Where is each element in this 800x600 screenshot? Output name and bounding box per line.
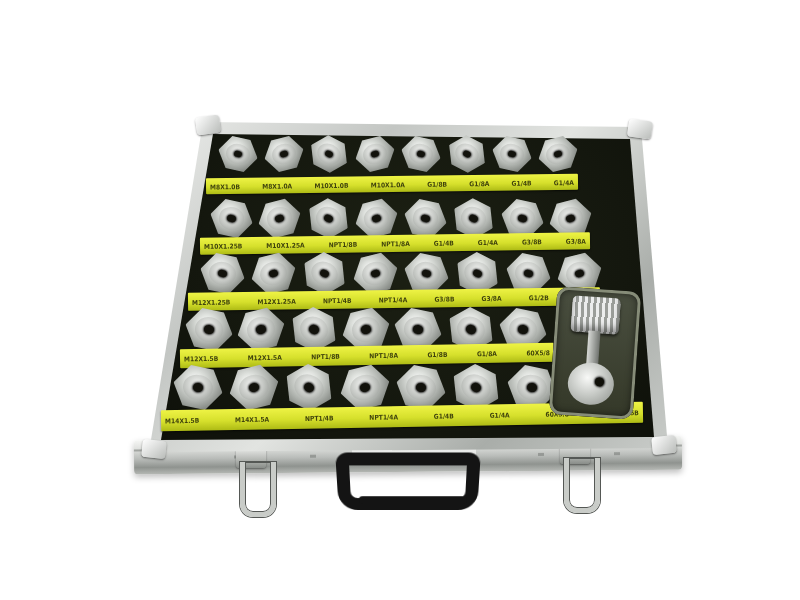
fitting-row-5	[173, 364, 557, 410]
thread-size-label: M8X1.0A	[262, 181, 292, 189]
thread-size-label: M10X1.25B	[204, 242, 242, 250]
coupler-knurled-collar	[570, 295, 620, 334]
thread-size-label: G1/8B	[427, 350, 447, 358]
thread-size-label: M10X1.0A	[371, 180, 405, 188]
thread-size-label: NPT1/8B	[311, 352, 340, 360]
adapter-fitting	[398, 133, 444, 175]
thread-size-label: G1/4A	[554, 178, 574, 186]
adapter-fitting	[181, 304, 236, 354]
adapter-fitting	[224, 360, 283, 414]
corner-protector	[141, 439, 167, 459]
thread-size-label: G1/8A	[477, 349, 497, 357]
thread-size-label: G1/4A	[478, 238, 498, 246]
thread-size-label: M12X1.25A	[257, 297, 296, 305]
thread-size-label: NPT1/4A	[379, 295, 408, 303]
coupler-round-base	[566, 361, 615, 406]
corner-protector	[195, 114, 221, 135]
adapter-fitting	[255, 195, 306, 241]
thread-size-label: G3/8B	[434, 294, 454, 302]
thread-size-label: M10X1.0B	[314, 181, 348, 189]
corner-protector	[627, 118, 653, 139]
tool-recess	[549, 286, 642, 420]
coupler-shaft	[586, 330, 600, 367]
latch-loop	[240, 462, 276, 517]
thread-size-label: M12X1.5B	[184, 354, 218, 362]
fitting-row-2	[210, 198, 592, 238]
thread-size-label: M12X1.25B	[192, 297, 230, 305]
thread-size-label: G1/4B	[434, 239, 454, 247]
adapter-fitting	[489, 133, 535, 175]
thread-size-label: NPT1/4B	[305, 414, 334, 422]
adapter-fitting	[352, 133, 399, 176]
thread-size-label: M8X1.0B	[210, 182, 240, 190]
adapter-fitting	[441, 130, 492, 178]
adapter-fitting	[215, 133, 261, 175]
thread-size-label: G1/8B	[427, 179, 447, 187]
adapter-fitting	[169, 361, 227, 413]
adapter-fitting	[207, 195, 257, 240]
thread-size-label: M12X1.5A	[248, 353, 282, 361]
thread-size-label: G1/4B	[512, 178, 532, 186]
thread-size-label: G1/4A	[490, 411, 510, 419]
thread-size-label: G1/8A	[469, 179, 489, 187]
case-face: M8X1.0BM8X1.0AM10X1.0BM10X1.0AG1/8BG1/8A…	[140, 110, 685, 470]
thread-size-label: NPT1/8A	[369, 351, 398, 359]
thread-size-label: G1/4B	[434, 412, 454, 420]
adapter-fitting	[196, 249, 248, 297]
thread-size-label: NPT1/4B	[323, 296, 352, 304]
thread-size-label: G3/8B	[522, 238, 542, 246]
adapter-fitting	[247, 249, 300, 298]
thread-size-label: NPT1/8B	[329, 240, 358, 248]
adapter-fitting	[304, 130, 355, 178]
thread-size-label: NPT1/4A	[369, 413, 398, 421]
adapter-fitting	[260, 133, 307, 176]
thread-size-label: 60X5/8	[526, 348, 550, 356]
thread-size-label: G1/2B	[529, 293, 549, 301]
fitting-row-1	[218, 136, 578, 172]
thread-size-label: G3/8A	[566, 237, 586, 245]
product-photo: M8X1.0BM8X1.0AM10X1.0BM10X1.0AG1/8BG1/8A…	[0, 0, 800, 600]
thread-size-label: NPT1/8A	[381, 239, 410, 247]
adapter-fitting	[534, 133, 581, 176]
thread-size-label: M14X1.5A	[235, 415, 269, 423]
corner-protector	[651, 435, 677, 455]
thread-size-label: M14X1.5B	[165, 416, 199, 424]
thread-size-label: G3/8A	[481, 294, 501, 302]
thread-size-label: M10X1.25A	[266, 241, 305, 249]
